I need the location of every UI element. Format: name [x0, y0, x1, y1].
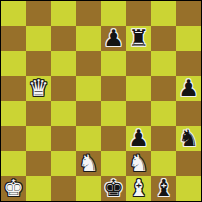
square-a3[interactable] [1, 126, 26, 151]
square-d5[interactable] [76, 76, 101, 101]
black-bishop-g1[interactable]: ♝ [153, 176, 174, 201]
square-c7[interactable] [51, 26, 76, 51]
white-king-a1[interactable]: ♚ [3, 176, 24, 201]
square-e7[interactable]: ♟ [101, 26, 126, 51]
square-f1[interactable]: ♝ [126, 176, 151, 201]
square-a8[interactable] [1, 1, 26, 26]
square-d3[interactable] [76, 126, 101, 151]
square-a4[interactable] [1, 101, 26, 126]
square-g1[interactable]: ♝ [151, 176, 176, 201]
black-king-e1[interactable]: ♚ [103, 176, 124, 201]
square-f2[interactable]: ♞ [126, 151, 151, 176]
square-c5[interactable] [51, 76, 76, 101]
square-d4[interactable] [76, 101, 101, 126]
board-grid: ♟♜♛♟♟♞♞♞♚♚♝♝ [1, 1, 201, 201]
black-pawn-h5[interactable]: ♟ [178, 76, 199, 101]
square-g2[interactable] [151, 151, 176, 176]
square-b6[interactable] [26, 51, 51, 76]
square-e1[interactable]: ♚ [101, 176, 126, 201]
square-b1[interactable] [26, 176, 51, 201]
square-e6[interactable] [101, 51, 126, 76]
square-h6[interactable] [176, 51, 201, 76]
square-e2[interactable] [101, 151, 126, 176]
square-a5[interactable] [1, 76, 26, 101]
square-f5[interactable] [126, 76, 151, 101]
square-f6[interactable] [126, 51, 151, 76]
square-h2[interactable] [176, 151, 201, 176]
square-e5[interactable] [101, 76, 126, 101]
square-b5[interactable]: ♛ [26, 76, 51, 101]
square-c6[interactable] [51, 51, 76, 76]
square-h7[interactable] [176, 26, 201, 51]
square-e8[interactable] [101, 1, 126, 26]
square-h5[interactable]: ♟ [176, 76, 201, 101]
square-e4[interactable] [101, 101, 126, 126]
square-g5[interactable] [151, 76, 176, 101]
white-queen-b5[interactable]: ♛ [28, 76, 49, 101]
square-f7[interactable]: ♜ [126, 26, 151, 51]
square-h3[interactable]: ♞ [176, 126, 201, 151]
square-a6[interactable] [1, 51, 26, 76]
square-g6[interactable] [151, 51, 176, 76]
square-h4[interactable] [176, 101, 201, 126]
square-f8[interactable] [126, 1, 151, 26]
black-pawn-f3[interactable]: ♟ [128, 126, 149, 151]
square-b4[interactable] [26, 101, 51, 126]
square-g7[interactable] [151, 26, 176, 51]
chess-board: ♟♜♛♟♟♞♞♞♚♚♝♝ [0, 0, 202, 202]
square-g8[interactable] [151, 1, 176, 26]
square-c2[interactable] [51, 151, 76, 176]
square-c1[interactable] [51, 176, 76, 201]
square-d8[interactable] [76, 1, 101, 26]
square-d6[interactable] [76, 51, 101, 76]
square-h1[interactable] [176, 176, 201, 201]
black-knight-h3[interactable]: ♞ [178, 126, 199, 151]
square-b7[interactable] [26, 26, 51, 51]
square-a2[interactable] [1, 151, 26, 176]
square-b2[interactable] [26, 151, 51, 176]
white-knight-d2[interactable]: ♞ [78, 151, 99, 176]
square-c8[interactable] [51, 1, 76, 26]
square-c4[interactable] [51, 101, 76, 126]
square-d7[interactable] [76, 26, 101, 51]
square-f3[interactable]: ♟ [126, 126, 151, 151]
white-bishop-f1[interactable]: ♝ [128, 176, 149, 201]
white-knight-f2[interactable]: ♞ [128, 151, 149, 176]
square-f4[interactable] [126, 101, 151, 126]
square-a1[interactable]: ♚ [1, 176, 26, 201]
black-pawn-e7[interactable]: ♟ [103, 26, 124, 51]
square-d1[interactable] [76, 176, 101, 201]
square-a7[interactable] [1, 26, 26, 51]
square-h8[interactable] [176, 1, 201, 26]
square-c3[interactable] [51, 126, 76, 151]
square-d2[interactable]: ♞ [76, 151, 101, 176]
square-b8[interactable] [26, 1, 51, 26]
square-g4[interactable] [151, 101, 176, 126]
square-g3[interactable] [151, 126, 176, 151]
square-e3[interactable] [101, 126, 126, 151]
square-b3[interactable] [26, 126, 51, 151]
black-rook-f7[interactable]: ♜ [128, 26, 149, 51]
